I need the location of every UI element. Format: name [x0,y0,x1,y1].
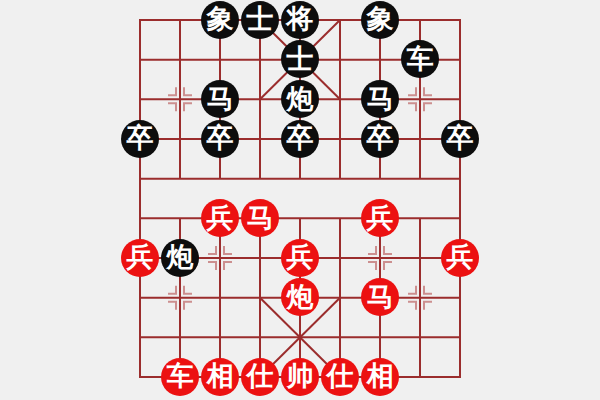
black-soldier[interactable]: 卒 [201,120,239,158]
black-elephant[interactable]: 象 [361,1,399,39]
xiangqi-board: 象士将象士车马炮马卒卒卒卒卒炮兵马兵兵兵兵炮马车相仕帅仕相 [0,0,600,400]
black-cannon[interactable]: 炮 [281,80,319,118]
red-soldier[interactable]: 兵 [441,239,479,277]
board-grid: 象士将象士车马炮马卒卒卒卒卒炮兵马兵兵兵兵炮马车相仕帅仕相 [120,0,480,397]
red-soldier[interactable]: 兵 [121,239,159,277]
black-soldier[interactable]: 卒 [281,120,319,158]
black-general[interactable]: 将 [281,1,319,39]
red-elephant[interactable]: 相 [361,358,399,396]
black-horse[interactable]: 马 [201,80,239,118]
black-soldier[interactable]: 卒 [121,120,159,158]
red-advisor[interactable]: 仕 [241,358,279,396]
red-horse[interactable]: 马 [241,199,279,237]
black-advisor[interactable]: 士 [281,40,319,78]
red-soldier[interactable]: 兵 [361,199,399,237]
black-soldier[interactable]: 卒 [441,120,479,158]
black-soldier[interactable]: 卒 [361,120,399,158]
black-advisor[interactable]: 士 [241,1,279,39]
red-advisor[interactable]: 仕 [321,358,359,396]
red-general[interactable]: 帅 [281,358,319,396]
red-chariot[interactable]: 车 [161,358,199,396]
red-soldier[interactable]: 兵 [281,239,319,277]
red-horse[interactable]: 马 [361,278,399,316]
black-horse[interactable]: 马 [361,80,399,118]
red-cannon[interactable]: 炮 [281,278,319,316]
red-soldier[interactable]: 兵 [201,199,239,237]
black-elephant[interactable]: 象 [201,1,239,39]
black-cannon[interactable]: 炮 [161,239,199,277]
red-elephant[interactable]: 相 [201,358,239,396]
black-chariot[interactable]: 车 [401,40,439,78]
